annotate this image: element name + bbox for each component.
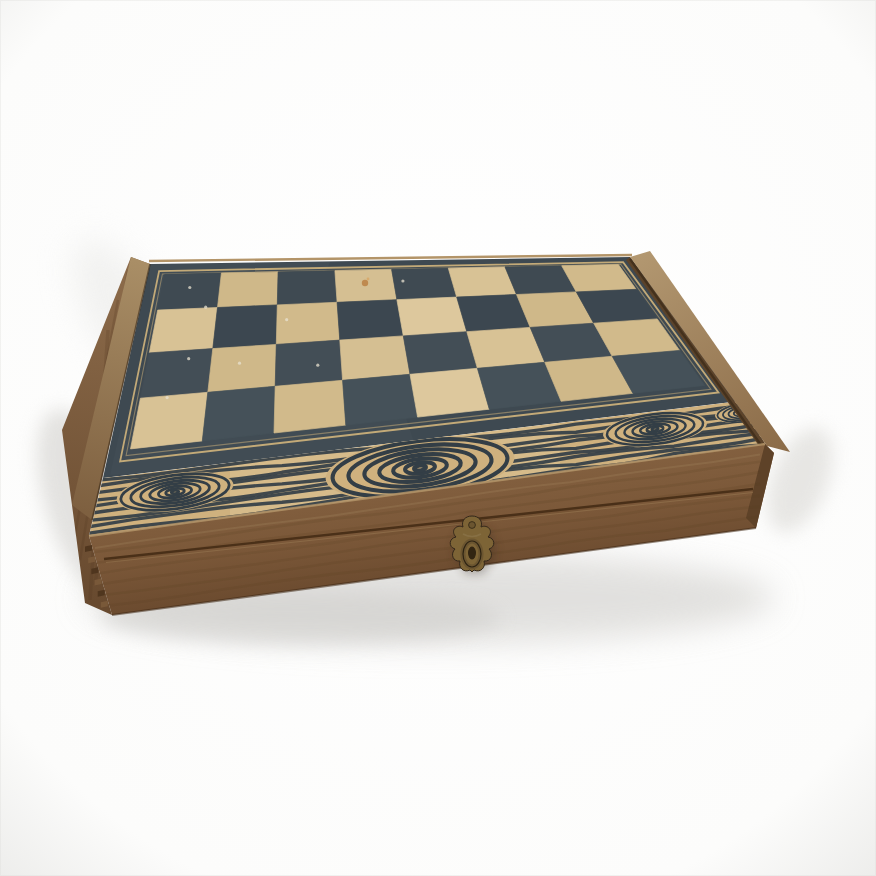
square-r0c1 (218, 272, 279, 308)
square-r3c1 (202, 386, 275, 441)
square-r1c0 (149, 308, 217, 353)
square-r0c2 (277, 271, 337, 305)
square-r2c3 (340, 336, 410, 380)
square-r2c2 (275, 340, 342, 386)
square-r3c2 (274, 380, 346, 433)
photo-of-chess-box (0, 0, 876, 876)
square-r1c3 (337, 300, 403, 340)
square-r0c0 (158, 273, 222, 310)
paint-chip (362, 280, 368, 286)
square-r3c4 (410, 368, 489, 417)
square-r1c4 (397, 297, 467, 336)
square-r2c4 (403, 332, 477, 375)
square-r0c5 (448, 267, 516, 297)
square-r2c0 (140, 349, 212, 399)
square-r2c1 (208, 344, 276, 392)
square-r3c3 (343, 374, 418, 425)
square-r3c0 (131, 392, 208, 449)
photo-scene (0, 0, 876, 876)
square-r0c4 (392, 268, 457, 300)
square-r1c2 (276, 302, 340, 344)
square-r1c1 (213, 305, 277, 349)
